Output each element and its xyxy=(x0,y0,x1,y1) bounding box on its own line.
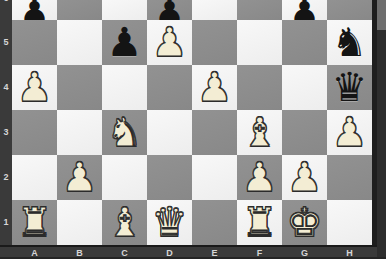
square-b6[interactable] xyxy=(57,0,102,20)
square-b3[interactable] xyxy=(57,110,102,155)
square-h4[interactable]: ♛ xyxy=(327,65,372,110)
white-pawn-g2[interactable]: ♟ xyxy=(282,155,327,200)
rank-label-1: 1 xyxy=(0,217,12,227)
square-c5[interactable]: ♟ xyxy=(102,20,147,65)
square-d1[interactable]: ♛ xyxy=(147,200,192,245)
square-d3[interactable] xyxy=(147,110,192,155)
chess-diagram: 654321 ♟♟♟♟♟♞♟♟♛♞♝♟♟♟♟♜♝♛♜♚ ABCDEFGH xyxy=(0,0,386,259)
white-rook-f1[interactable]: ♜ xyxy=(237,200,282,245)
rank-label-gutter: 654321 xyxy=(0,0,12,245)
chess-board[interactable]: ♟♟♟♟♟♞♟♟♛♞♝♟♟♟♟♜♝♛♜♚ xyxy=(12,0,372,245)
white-pawn-h3[interactable]: ♟ xyxy=(327,110,372,155)
square-e3[interactable] xyxy=(192,110,237,155)
square-a5[interactable] xyxy=(12,20,57,65)
square-f2[interactable]: ♟ xyxy=(237,155,282,200)
square-c1[interactable]: ♝ xyxy=(102,200,147,245)
white-knight-c3[interactable]: ♞ xyxy=(102,110,147,155)
square-d6[interactable]: ♟ xyxy=(147,0,192,20)
square-h1[interactable] xyxy=(327,200,372,245)
square-e5[interactable] xyxy=(192,20,237,65)
outer-margin xyxy=(377,0,386,259)
square-a6[interactable]: ♟ xyxy=(12,0,57,20)
rank-label-3: 3 xyxy=(0,127,12,137)
rank-label-5: 5 xyxy=(0,37,12,47)
square-h5[interactable]: ♞ xyxy=(327,20,372,65)
square-g1[interactable]: ♚ xyxy=(282,200,327,245)
square-g6[interactable]: ♟ xyxy=(282,0,327,20)
square-c4[interactable] xyxy=(102,65,147,110)
square-f6[interactable] xyxy=(237,0,282,20)
white-rook-a1[interactable]: ♜ xyxy=(12,200,57,245)
square-g5[interactable] xyxy=(282,20,327,65)
black-knight-h5[interactable]: ♞ xyxy=(327,20,372,65)
white-king-g1[interactable]: ♚ xyxy=(282,200,327,245)
square-a2[interactable] xyxy=(12,155,57,200)
black-queen-h4[interactable]: ♛ xyxy=(327,65,372,110)
square-e6[interactable] xyxy=(192,0,237,20)
square-d5[interactable]: ♟ xyxy=(147,20,192,65)
white-queen-d1[interactable]: ♛ xyxy=(147,200,192,245)
square-g3[interactable] xyxy=(282,110,327,155)
square-e4[interactable]: ♟ xyxy=(192,65,237,110)
square-f4[interactable] xyxy=(237,65,282,110)
square-g2[interactable]: ♟ xyxy=(282,155,327,200)
white-bishop-c1[interactable]: ♝ xyxy=(102,200,147,245)
square-c3[interactable]: ♞ xyxy=(102,110,147,155)
square-f5[interactable] xyxy=(237,20,282,65)
square-c2[interactable] xyxy=(102,155,147,200)
square-b2[interactable]: ♟ xyxy=(57,155,102,200)
black-pawn-d6[interactable]: ♟ xyxy=(147,0,192,20)
square-e1[interactable] xyxy=(192,200,237,245)
square-b4[interactable] xyxy=(57,65,102,110)
black-pawn-c5[interactable]: ♟ xyxy=(102,20,147,65)
white-pawn-f2[interactable]: ♟ xyxy=(237,155,282,200)
square-a1[interactable]: ♜ xyxy=(12,200,57,245)
black-pawn-a6[interactable]: ♟ xyxy=(12,0,57,20)
square-h2[interactable] xyxy=(327,155,372,200)
square-h3[interactable]: ♟ xyxy=(327,110,372,155)
square-h6[interactable] xyxy=(327,0,372,20)
square-f1[interactable]: ♜ xyxy=(237,200,282,245)
white-pawn-a4[interactable]: ♟ xyxy=(12,65,57,110)
white-pawn-e4[interactable]: ♟ xyxy=(192,65,237,110)
black-pawn-g6[interactable]: ♟ xyxy=(282,0,327,20)
rank-label-6: 6 xyxy=(0,0,12,3)
square-e2[interactable] xyxy=(192,155,237,200)
white-pawn-b2[interactable]: ♟ xyxy=(57,155,102,200)
square-d2[interactable] xyxy=(147,155,192,200)
rank-label-2: 2 xyxy=(0,172,12,182)
rank-label-4: 4 xyxy=(0,82,12,92)
square-b1[interactable] xyxy=(57,200,102,245)
square-a4[interactable]: ♟ xyxy=(12,65,57,110)
square-f3[interactable]: ♝ xyxy=(237,110,282,155)
white-pawn-d5[interactable]: ♟ xyxy=(147,20,192,65)
white-bishop-f3[interactable]: ♝ xyxy=(237,110,282,155)
square-b5[interactable] xyxy=(57,20,102,65)
square-a3[interactable] xyxy=(12,110,57,155)
square-c6[interactable] xyxy=(102,0,147,20)
square-d4[interactable] xyxy=(147,65,192,110)
square-g4[interactable] xyxy=(282,65,327,110)
outer-margin-top-block xyxy=(377,0,386,30)
